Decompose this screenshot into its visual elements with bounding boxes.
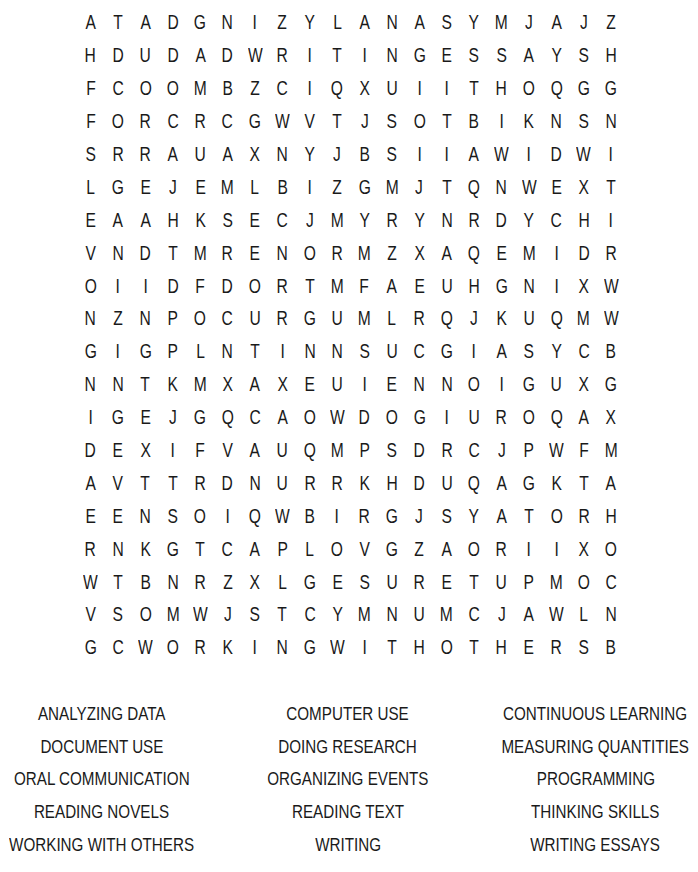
grid-cell[interactable]: S bbox=[570, 631, 597, 664]
grid-cell[interactable]: P bbox=[159, 335, 186, 368]
grid-cell[interactable]: M bbox=[351, 236, 378, 269]
grid-cell[interactable]: J bbox=[488, 434, 515, 467]
grid-cell[interactable]: B bbox=[460, 105, 487, 138]
grid-cell[interactable]: E bbox=[543, 170, 570, 203]
grid-cell[interactable]: A bbox=[597, 466, 624, 499]
grid-cell[interactable]: E bbox=[433, 39, 460, 72]
grid-cell[interactable]: Z bbox=[104, 302, 131, 335]
grid-cell[interactable]: A bbox=[104, 203, 131, 236]
grid-cell[interactable]: W bbox=[187, 598, 214, 631]
grid-cell[interactable]: I bbox=[597, 138, 624, 171]
grid-cell[interactable]: C bbox=[269, 203, 296, 236]
grid-cell[interactable]: U bbox=[406, 598, 433, 631]
grid-cell[interactable]: T bbox=[378, 631, 405, 664]
grid-cell[interactable]: U bbox=[132, 39, 159, 72]
grid-cell[interactable]: C bbox=[406, 335, 433, 368]
grid-cell[interactable]: G bbox=[77, 631, 104, 664]
grid-cell[interactable]: J bbox=[460, 302, 487, 335]
grid-cell[interactable]: I bbox=[433, 138, 460, 171]
grid-cell[interactable]: S bbox=[378, 138, 405, 171]
grid-cell[interactable]: W bbox=[597, 269, 624, 302]
grid-cell[interactable]: H bbox=[460, 269, 487, 302]
grid-cell[interactable]: U bbox=[378, 335, 405, 368]
grid-cell[interactable]: A bbox=[543, 6, 570, 39]
grid-cell[interactable]: G bbox=[570, 72, 597, 105]
grid-cell[interactable]: W bbox=[269, 105, 296, 138]
grid-cell[interactable]: T bbox=[460, 631, 487, 664]
grid-cell[interactable]: G bbox=[296, 302, 323, 335]
grid-cell[interactable]: Y bbox=[324, 598, 351, 631]
grid-cell[interactable]: R bbox=[187, 466, 214, 499]
grid-cell[interactable]: M bbox=[351, 302, 378, 335]
grid-cell[interactable]: G bbox=[104, 401, 131, 434]
grid-cell[interactable]: E bbox=[488, 236, 515, 269]
grid-cell[interactable]: F bbox=[77, 72, 104, 105]
grid-cell[interactable]: X bbox=[241, 138, 268, 171]
grid-cell[interactable]: N bbox=[378, 6, 405, 39]
grid-cell[interactable]: H bbox=[378, 466, 405, 499]
grid-cell[interactable]: M bbox=[214, 170, 241, 203]
grid-cell[interactable]: G bbox=[77, 335, 104, 368]
grid-cell[interactable]: P bbox=[515, 565, 542, 598]
grid-cell[interactable]: D bbox=[214, 39, 241, 72]
grid-cell[interactable]: D bbox=[132, 236, 159, 269]
grid-cell[interactable]: U bbox=[515, 302, 542, 335]
grid-cell[interactable]: U bbox=[378, 565, 405, 598]
grid-cell[interactable]: I bbox=[77, 401, 104, 434]
grid-cell[interactable]: T bbox=[460, 72, 487, 105]
grid-cell[interactable]: Q bbox=[214, 401, 241, 434]
grid-cell[interactable]: R bbox=[104, 138, 131, 171]
grid-cell[interactable]: I bbox=[406, 72, 433, 105]
grid-cell[interactable]: G bbox=[159, 532, 186, 565]
grid-cell[interactable]: I bbox=[460, 335, 487, 368]
grid-cell[interactable]: K bbox=[132, 532, 159, 565]
grid-cell[interactable]: V bbox=[104, 466, 131, 499]
grid-cell[interactable]: N bbox=[543, 105, 570, 138]
grid-cell[interactable]: E bbox=[132, 170, 159, 203]
grid-cell[interactable]: A bbox=[433, 532, 460, 565]
grid-cell[interactable]: Z bbox=[241, 72, 268, 105]
grid-cell[interactable]: P bbox=[351, 434, 378, 467]
grid-cell[interactable]: H bbox=[77, 39, 104, 72]
grid-cell[interactable]: J bbox=[488, 598, 515, 631]
grid-cell[interactable]: M bbox=[187, 72, 214, 105]
grid-cell[interactable]: R bbox=[269, 39, 296, 72]
grid-cell[interactable]: W bbox=[543, 434, 570, 467]
grid-cell[interactable]: I bbox=[241, 6, 268, 39]
grid-cell[interactable]: G bbox=[488, 269, 515, 302]
grid-cell[interactable]: F bbox=[570, 434, 597, 467]
grid-cell[interactable]: C bbox=[159, 105, 186, 138]
grid-cell[interactable]: O bbox=[515, 401, 542, 434]
grid-cell[interactable]: D bbox=[488, 203, 515, 236]
grid-cell[interactable]: N bbox=[269, 631, 296, 664]
grid-cell[interactable]: D bbox=[159, 6, 186, 39]
grid-cell[interactable]: M bbox=[433, 598, 460, 631]
grid-cell[interactable]: I bbox=[214, 499, 241, 532]
grid-cell[interactable]: G bbox=[406, 401, 433, 434]
grid-cell[interactable]: O bbox=[378, 401, 405, 434]
grid-cell[interactable]: B bbox=[351, 138, 378, 171]
grid-cell[interactable]: N bbox=[433, 368, 460, 401]
grid-cell[interactable]: A bbox=[241, 368, 268, 401]
grid-cell[interactable]: Q bbox=[433, 302, 460, 335]
grid-cell[interactable]: A bbox=[132, 203, 159, 236]
grid-cell[interactable]: S bbox=[570, 105, 597, 138]
grid-cell[interactable]: C bbox=[460, 598, 487, 631]
grid-cell[interactable]: A bbox=[460, 138, 487, 171]
grid-cell[interactable]: D bbox=[214, 269, 241, 302]
grid-cell[interactable]: W bbox=[241, 39, 268, 72]
grid-cell[interactable]: U bbox=[460, 401, 487, 434]
grid-cell[interactable]: K bbox=[187, 203, 214, 236]
grid-cell[interactable]: N bbox=[296, 335, 323, 368]
grid-cell[interactable]: S bbox=[214, 203, 241, 236]
grid-cell[interactable]: N bbox=[433, 203, 460, 236]
grid-cell[interactable]: O bbox=[104, 105, 131, 138]
grid-cell[interactable]: L bbox=[570, 598, 597, 631]
grid-cell[interactable]: A bbox=[433, 236, 460, 269]
grid-cell[interactable]: C bbox=[214, 105, 241, 138]
grid-cell[interactable]: K bbox=[515, 105, 542, 138]
grid-cell[interactable]: Q bbox=[543, 401, 570, 434]
grid-cell[interactable]: T bbox=[159, 236, 186, 269]
grid-cell[interactable]: U bbox=[324, 302, 351, 335]
grid-cell[interactable]: H bbox=[597, 39, 624, 72]
grid-cell[interactable]: T bbox=[104, 565, 131, 598]
grid-cell[interactable]: X bbox=[214, 368, 241, 401]
grid-cell[interactable]: C bbox=[214, 532, 241, 565]
grid-cell[interactable]: M bbox=[324, 434, 351, 467]
grid-cell[interactable]: N bbox=[597, 598, 624, 631]
grid-cell[interactable]: E bbox=[296, 368, 323, 401]
grid-cell[interactable]: G bbox=[597, 72, 624, 105]
grid-cell[interactable]: U bbox=[433, 269, 460, 302]
grid-cell[interactable]: Y bbox=[460, 6, 487, 39]
grid-cell[interactable]: E bbox=[77, 203, 104, 236]
grid-cell[interactable]: A bbox=[77, 6, 104, 39]
grid-cell[interactable]: O bbox=[77, 269, 104, 302]
grid-cell[interactable]: S bbox=[351, 565, 378, 598]
grid-cell[interactable]: H bbox=[488, 631, 515, 664]
grid-cell[interactable]: N bbox=[132, 302, 159, 335]
grid-cell[interactable]: R bbox=[324, 236, 351, 269]
grid-cell[interactable]: R bbox=[214, 236, 241, 269]
grid-cell[interactable]: I bbox=[543, 236, 570, 269]
grid-cell[interactable]: L bbox=[187, 335, 214, 368]
grid-cell[interactable]: M bbox=[351, 598, 378, 631]
grid-cell[interactable]: E bbox=[187, 170, 214, 203]
grid-cell[interactable]: I bbox=[296, 72, 323, 105]
grid-cell[interactable]: W bbox=[515, 170, 542, 203]
grid-cell[interactable]: I bbox=[104, 269, 131, 302]
grid-cell[interactable]: N bbox=[597, 105, 624, 138]
grid-cell[interactable]: W bbox=[324, 401, 351, 434]
grid-cell[interactable]: T bbox=[515, 499, 542, 532]
grid-cell[interactable]: A bbox=[488, 499, 515, 532]
grid-cell[interactable]: N bbox=[324, 335, 351, 368]
grid-cell[interactable]: I bbox=[324, 499, 351, 532]
grid-cell[interactable]: I bbox=[433, 401, 460, 434]
grid-cell[interactable]: M bbox=[159, 598, 186, 631]
grid-cell[interactable]: J bbox=[515, 6, 542, 39]
grid-cell[interactable]: D bbox=[104, 39, 131, 72]
grid-cell[interactable]: W bbox=[132, 631, 159, 664]
grid-cell[interactable]: K bbox=[488, 302, 515, 335]
grid-cell[interactable]: Q bbox=[543, 302, 570, 335]
grid-cell[interactable]: N bbox=[515, 269, 542, 302]
grid-cell[interactable]: N bbox=[269, 236, 296, 269]
grid-cell[interactable]: U bbox=[324, 368, 351, 401]
grid-cell[interactable]: R bbox=[460, 203, 487, 236]
grid-cell[interactable]: T bbox=[570, 466, 597, 499]
grid-cell[interactable]: Q bbox=[543, 72, 570, 105]
grid-cell[interactable]: I bbox=[296, 170, 323, 203]
grid-cell[interactable]: C bbox=[104, 72, 131, 105]
grid-cell[interactable]: F bbox=[77, 105, 104, 138]
grid-cell[interactable]: U bbox=[269, 434, 296, 467]
grid-cell[interactable]: R bbox=[570, 499, 597, 532]
grid-cell[interactable]: J bbox=[296, 203, 323, 236]
grid-cell[interactable]: Y bbox=[543, 39, 570, 72]
grid-cell[interactable]: U bbox=[269, 466, 296, 499]
grid-cell[interactable]: X bbox=[570, 532, 597, 565]
grid-cell[interactable]: D bbox=[77, 434, 104, 467]
grid-cell[interactable]: Q bbox=[296, 434, 323, 467]
grid-cell[interactable]: O bbox=[460, 532, 487, 565]
grid-cell[interactable]: W bbox=[77, 565, 104, 598]
grid-cell[interactable]: O bbox=[187, 499, 214, 532]
grid-cell[interactable]: E bbox=[104, 434, 131, 467]
grid-cell[interactable]: Q bbox=[460, 236, 487, 269]
grid-cell[interactable]: O bbox=[597, 532, 624, 565]
grid-cell[interactable]: E bbox=[241, 203, 268, 236]
grid-cell[interactable]: T bbox=[433, 105, 460, 138]
grid-cell[interactable]: Y bbox=[460, 499, 487, 532]
grid-cell[interactable]: H bbox=[406, 631, 433, 664]
grid-cell[interactable]: Y bbox=[543, 335, 570, 368]
grid-cell[interactable]: O bbox=[324, 532, 351, 565]
grid-cell[interactable]: T bbox=[324, 105, 351, 138]
grid-cell[interactable]: R bbox=[132, 105, 159, 138]
grid-cell[interactable]: A bbox=[570, 401, 597, 434]
grid-cell[interactable]: O bbox=[241, 269, 268, 302]
grid-cell[interactable]: U bbox=[488, 565, 515, 598]
grid-cell[interactable]: G bbox=[296, 631, 323, 664]
grid-cell[interactable]: N bbox=[214, 6, 241, 39]
grid-cell[interactable]: A bbox=[269, 401, 296, 434]
grid-cell[interactable]: U bbox=[433, 466, 460, 499]
grid-cell[interactable]: X bbox=[241, 565, 268, 598]
grid-cell[interactable]: P bbox=[159, 302, 186, 335]
grid-cell[interactable]: D bbox=[543, 138, 570, 171]
grid-cell[interactable]: J bbox=[406, 499, 433, 532]
grid-cell[interactable]: I bbox=[488, 105, 515, 138]
grid-cell[interactable]: I bbox=[406, 138, 433, 171]
grid-cell[interactable]: R bbox=[269, 269, 296, 302]
grid-cell[interactable]: R bbox=[351, 499, 378, 532]
grid-cell[interactable]: R bbox=[187, 105, 214, 138]
grid-cell[interactable]: H bbox=[159, 203, 186, 236]
grid-cell[interactable]: X bbox=[406, 236, 433, 269]
grid-cell[interactable]: M bbox=[324, 269, 351, 302]
grid-cell[interactable]: I bbox=[351, 631, 378, 664]
grid-cell[interactable]: E bbox=[132, 401, 159, 434]
grid-cell[interactable]: L bbox=[241, 170, 268, 203]
grid-cell[interactable]: I bbox=[132, 269, 159, 302]
grid-cell[interactable]: M bbox=[324, 203, 351, 236]
grid-cell[interactable]: M bbox=[378, 170, 405, 203]
grid-cell[interactable]: L bbox=[77, 170, 104, 203]
grid-cell[interactable]: N bbox=[378, 598, 405, 631]
grid-cell[interactable]: N bbox=[159, 565, 186, 598]
grid-cell[interactable]: W bbox=[488, 138, 515, 171]
grid-cell[interactable]: Z bbox=[406, 532, 433, 565]
grid-cell[interactable]: I bbox=[159, 434, 186, 467]
grid-cell[interactable]: C bbox=[241, 401, 268, 434]
grid-cell[interactable]: N bbox=[104, 236, 131, 269]
grid-cell[interactable]: R bbox=[77, 532, 104, 565]
grid-cell[interactable]: R bbox=[406, 565, 433, 598]
grid-cell[interactable]: S bbox=[159, 499, 186, 532]
grid-cell[interactable]: O bbox=[570, 565, 597, 598]
grid-cell[interactable]: O bbox=[296, 236, 323, 269]
grid-cell[interactable]: D bbox=[159, 269, 186, 302]
grid-cell[interactable]: I bbox=[296, 39, 323, 72]
grid-cell[interactable]: M bbox=[543, 565, 570, 598]
grid-cell[interactable]: G bbox=[187, 6, 214, 39]
grid-cell[interactable]: L bbox=[296, 532, 323, 565]
grid-cell[interactable]: K bbox=[159, 368, 186, 401]
grid-cell[interactable]: L bbox=[324, 6, 351, 39]
grid-cell[interactable]: C bbox=[269, 72, 296, 105]
grid-cell[interactable]: I bbox=[597, 203, 624, 236]
grid-cell[interactable]: S bbox=[433, 499, 460, 532]
grid-cell[interactable]: C bbox=[104, 631, 131, 664]
grid-cell[interactable]: D bbox=[406, 434, 433, 467]
grid-cell[interactable]: Q bbox=[460, 466, 487, 499]
grid-cell[interactable]: T bbox=[132, 466, 159, 499]
grid-cell[interactable]: W bbox=[570, 138, 597, 171]
grid-cell[interactable]: N bbox=[241, 466, 268, 499]
grid-cell[interactable]: I bbox=[515, 532, 542, 565]
grid-cell[interactable]: E bbox=[241, 236, 268, 269]
grid-cell[interactable]: U bbox=[187, 138, 214, 171]
grid-cell[interactable]: I bbox=[433, 72, 460, 105]
grid-cell[interactable]: H bbox=[488, 72, 515, 105]
grid-cell[interactable]: T bbox=[296, 269, 323, 302]
grid-cell[interactable]: U bbox=[378, 72, 405, 105]
grid-cell[interactable]: A bbox=[187, 39, 214, 72]
grid-cell[interactable]: V bbox=[351, 532, 378, 565]
grid-cell[interactable]: O bbox=[132, 72, 159, 105]
grid-cell[interactable]: A bbox=[351, 6, 378, 39]
grid-cell[interactable]: X bbox=[351, 72, 378, 105]
grid-cell[interactable]: X bbox=[570, 269, 597, 302]
grid-cell[interactable]: C bbox=[460, 434, 487, 467]
grid-cell[interactable]: G bbox=[515, 368, 542, 401]
grid-cell[interactable]: S bbox=[104, 598, 131, 631]
grid-cell[interactable]: K bbox=[543, 466, 570, 499]
grid-cell[interactable]: O bbox=[460, 368, 487, 401]
grid-cell[interactable]: C bbox=[543, 203, 570, 236]
grid-cell[interactable]: I bbox=[241, 631, 268, 664]
grid-cell[interactable]: G bbox=[296, 565, 323, 598]
grid-cell[interactable]: V bbox=[296, 105, 323, 138]
grid-cell[interactable]: I bbox=[515, 138, 542, 171]
grid-cell[interactable]: V bbox=[77, 598, 104, 631]
grid-cell[interactable]: U bbox=[543, 368, 570, 401]
grid-cell[interactable]: G bbox=[378, 532, 405, 565]
grid-cell[interactable]: R bbox=[378, 203, 405, 236]
grid-cell[interactable]: S bbox=[460, 39, 487, 72]
grid-cell[interactable]: F bbox=[187, 434, 214, 467]
grid-cell[interactable]: D bbox=[159, 39, 186, 72]
grid-cell[interactable]: S bbox=[570, 39, 597, 72]
grid-cell[interactable]: G bbox=[351, 170, 378, 203]
grid-cell[interactable]: M bbox=[515, 236, 542, 269]
grid-cell[interactable]: T bbox=[241, 335, 268, 368]
grid-cell[interactable]: I bbox=[104, 335, 131, 368]
grid-cell[interactable]: B bbox=[269, 170, 296, 203]
grid-cell[interactable]: Z bbox=[269, 6, 296, 39]
grid-cell[interactable]: E bbox=[406, 269, 433, 302]
grid-cell[interactable]: F bbox=[187, 269, 214, 302]
grid-cell[interactable]: G bbox=[433, 335, 460, 368]
grid-cell[interactable]: G bbox=[104, 170, 131, 203]
grid-cell[interactable]: M bbox=[187, 368, 214, 401]
grid-cell[interactable]: Y bbox=[296, 138, 323, 171]
grid-cell[interactable]: M bbox=[597, 434, 624, 467]
grid-cell[interactable]: N bbox=[104, 532, 131, 565]
grid-cell[interactable]: Z bbox=[324, 170, 351, 203]
grid-cell[interactable]: R bbox=[296, 466, 323, 499]
grid-cell[interactable]: J bbox=[351, 105, 378, 138]
grid-cell[interactable]: I bbox=[351, 368, 378, 401]
grid-cell[interactable]: I bbox=[269, 335, 296, 368]
grid-cell[interactable]: O bbox=[406, 105, 433, 138]
grid-cell[interactable]: A bbox=[515, 39, 542, 72]
grid-cell[interactable]: X bbox=[570, 170, 597, 203]
grid-cell[interactable]: O bbox=[543, 499, 570, 532]
grid-cell[interactable]: W bbox=[597, 302, 624, 335]
grid-cell[interactable]: R bbox=[597, 236, 624, 269]
grid-cell[interactable]: W bbox=[543, 598, 570, 631]
grid-cell[interactable]: N bbox=[214, 335, 241, 368]
grid-cell[interactable]: N bbox=[132, 499, 159, 532]
grid-cell[interactable]: M bbox=[187, 236, 214, 269]
grid-cell[interactable]: D bbox=[570, 236, 597, 269]
grid-cell[interactable]: N bbox=[77, 302, 104, 335]
grid-cell[interactable]: R bbox=[543, 631, 570, 664]
grid-cell[interactable]: O bbox=[187, 302, 214, 335]
grid-cell[interactable]: E bbox=[104, 499, 131, 532]
grid-cell[interactable]: A bbox=[488, 466, 515, 499]
grid-cell[interactable]: J bbox=[324, 138, 351, 171]
grid-cell[interactable]: Z bbox=[378, 236, 405, 269]
grid-cell[interactable]: G bbox=[241, 105, 268, 138]
grid-cell[interactable]: T bbox=[433, 170, 460, 203]
grid-cell[interactable]: N bbox=[406, 368, 433, 401]
grid-cell[interactable]: G bbox=[597, 368, 624, 401]
grid-cell[interactable]: N bbox=[77, 368, 104, 401]
grid-cell[interactable]: E bbox=[324, 565, 351, 598]
grid-cell[interactable]: Z bbox=[597, 6, 624, 39]
grid-cell[interactable]: S bbox=[488, 39, 515, 72]
grid-cell[interactable]: J bbox=[159, 170, 186, 203]
grid-cell[interactable]: I bbox=[488, 368, 515, 401]
